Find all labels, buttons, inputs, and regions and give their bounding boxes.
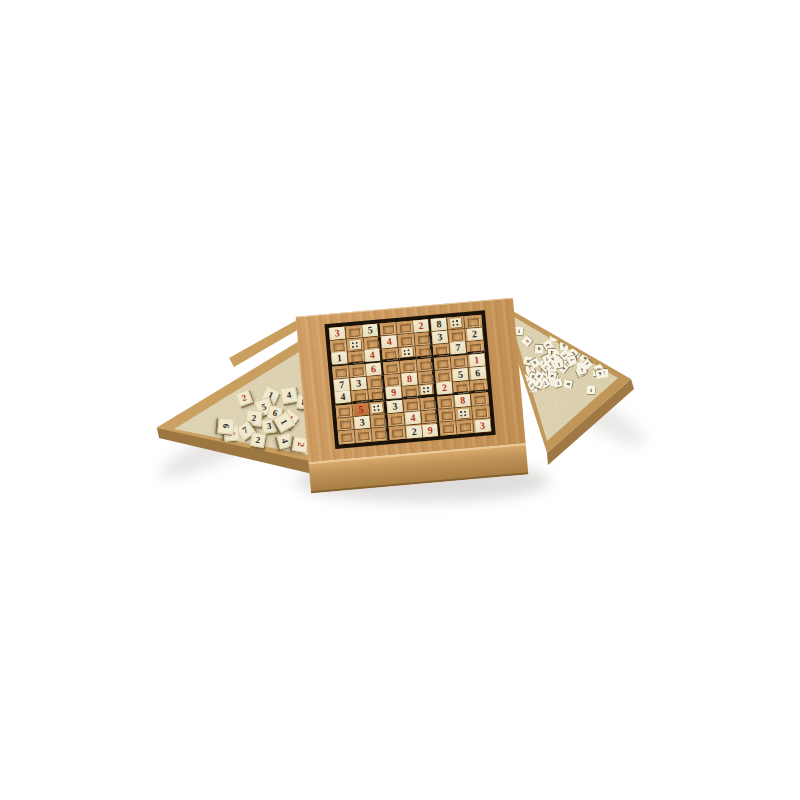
number-tile: 6: [470, 367, 486, 380]
tray-tile-small: 3: [553, 379, 563, 389]
empty-cell-recess: [436, 347, 448, 356]
empty-cell-recess: [358, 432, 370, 441]
empty-cell-recess: [392, 429, 404, 438]
pencil-mark-tile: [450, 318, 462, 328]
cell-r9c1: [338, 430, 356, 444]
pencil-mark-tile: [421, 385, 433, 395]
number-tile: 4: [405, 411, 421, 424]
number-tile: 4: [381, 335, 397, 348]
number-tile: 7: [450, 341, 466, 354]
cell-r9c4: [389, 426, 407, 440]
tray-tile-small: 1: [587, 386, 595, 394]
sudoku-box: 3528432147617385649253834293: [296, 298, 529, 493]
empty-cell-recess: [375, 430, 387, 439]
cell-r9c5: 2: [406, 424, 424, 438]
empty-cell-recess: [456, 384, 468, 393]
cell-r9c7: [439, 421, 457, 435]
pencil-mark-tile: [401, 347, 413, 357]
number-tile: 1: [469, 354, 485, 367]
tray-tile-small: 4: [522, 335, 533, 346]
empty-cell-recess: [454, 358, 466, 367]
empty-cell-recess: [438, 373, 450, 382]
empty-cell-recess: [401, 337, 413, 346]
empty-cell-recess: [421, 374, 433, 383]
empty-cell-recess: [386, 364, 398, 373]
number-tile: 4: [335, 390, 351, 403]
number-tile: 5: [353, 403, 369, 416]
empty-cell-recess: [407, 402, 419, 411]
pencil-mark-tile: [458, 409, 470, 419]
empty-cell-recess: [474, 396, 486, 405]
empty-cell-recess: [352, 367, 364, 376]
number-tile: 5: [452, 368, 468, 381]
empty-cell-recess: [473, 383, 485, 392]
tray-tile: 4: [280, 386, 299, 405]
empty-cell-recess: [367, 340, 379, 349]
number-tile: 2: [413, 319, 429, 332]
tray-tile-small: 8: [563, 379, 572, 388]
empty-cell-recess: [387, 377, 399, 386]
tray-tile: 2: [235, 389, 253, 407]
number-tile: 2: [436, 382, 452, 395]
empty-cell-recess: [340, 420, 352, 429]
empty-cell-recess: [419, 348, 431, 357]
empty-cell-recess: [420, 361, 432, 370]
empty-cell-recess: [475, 409, 487, 418]
empty-cell-recess: [418, 335, 430, 344]
number-tile: 1: [331, 352, 347, 365]
number-tile: 3: [351, 377, 367, 390]
number-tile: 3: [354, 416, 370, 429]
cell-r9c9: 3: [473, 418, 491, 432]
cell-r9c6: 9: [423, 423, 441, 437]
empty-cell-recess: [437, 360, 449, 369]
number-tile: 4: [364, 349, 380, 362]
number-tile: 3: [432, 331, 448, 344]
cell-r9c2: [355, 429, 373, 443]
empty-cell-recess: [424, 400, 436, 409]
empty-cell-recess: [339, 407, 351, 416]
product-photo-scene: 21489564237126642 4713768716435673248482…: [0, 0, 800, 800]
empty-cell-recess: [374, 417, 386, 426]
empty-cell-recess: [442, 412, 454, 421]
number-tile: 3: [387, 400, 403, 413]
tray-tile: 2: [250, 432, 266, 448]
empty-cell-recess: [440, 399, 452, 408]
empty-cell-recess: [470, 344, 482, 353]
empty-cell-recess: [443, 424, 455, 433]
cell-r9c3: [372, 427, 390, 441]
number-tile: 6: [366, 363, 382, 376]
number-tile: 3: [474, 419, 490, 432]
cell-r9c8: [456, 420, 474, 434]
tray-tile-small: 1: [592, 347, 603, 358]
number-tile: 2: [466, 328, 482, 341]
empty-cell-recess: [370, 379, 382, 388]
empty-cell-recess: [452, 332, 464, 341]
empty-cell-recess: [372, 392, 384, 401]
empty-cell-recess: [391, 416, 403, 425]
empty-cell-recess: [383, 325, 395, 334]
pencil-mark-tile: [349, 340, 361, 350]
board-top-surface: 3528432147617385649253834293: [296, 298, 526, 462]
number-tile: 3: [329, 327, 345, 340]
tray-tile-small: 9: [582, 338, 592, 348]
tray-tile-small: 7: [582, 337, 590, 345]
tray-tile-small: 1: [554, 360, 563, 369]
empty-cell-recess: [333, 343, 345, 352]
empty-cell-recess: [355, 393, 367, 402]
tray-tile: 6: [217, 417, 234, 434]
empty-cell-recess: [403, 363, 415, 372]
empty-cell-recess: [468, 318, 480, 327]
sudoku-grid: 3528432147617385649253834293: [324, 310, 495, 449]
empty-cell-recess: [460, 423, 472, 432]
empty-cell-recess: [425, 413, 437, 422]
empty-cell-recess: [349, 328, 361, 337]
empty-cell-recess: [385, 351, 397, 360]
number-tile: 8: [455, 394, 471, 407]
empty-cell-recess: [400, 324, 412, 333]
empty-cell-recess: [351, 354, 363, 363]
tray-tile-small: 9: [535, 345, 544, 354]
number-tile: 2: [406, 425, 422, 438]
tray-tile-small: 9: [589, 348, 597, 356]
number-tile: 5: [362, 324, 378, 337]
number-tile: 9: [422, 423, 438, 436]
tray-tile-small: 6: [595, 369, 604, 378]
pencil-mark-tile: [371, 403, 383, 413]
number-tile: 8: [402, 373, 418, 386]
number-tile: 9: [386, 386, 402, 399]
number-tile: 8: [431, 318, 447, 331]
empty-cell-recess: [335, 369, 347, 378]
empty-cell-recess: [341, 433, 353, 442]
empty-cell-recess: [405, 389, 417, 398]
tray-tile: 4: [276, 432, 293, 449]
